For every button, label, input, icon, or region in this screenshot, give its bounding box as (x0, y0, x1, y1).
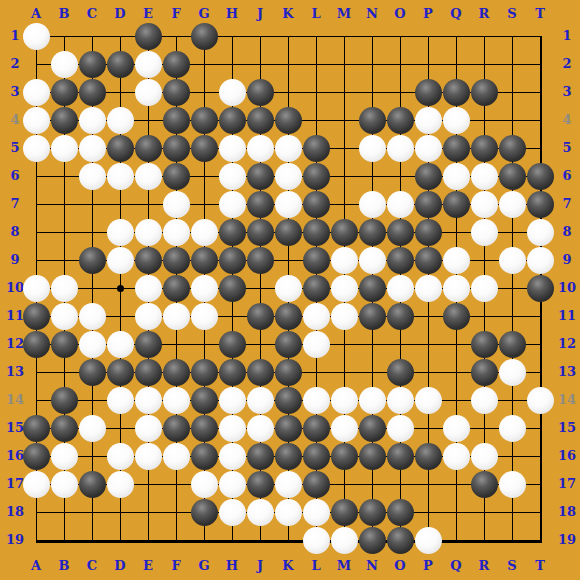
intersection-A8[interactable] (22, 218, 50, 246)
intersection-M8[interactable] (330, 218, 358, 246)
intersection-O6[interactable] (386, 162, 414, 190)
intersection-P8[interactable] (414, 218, 442, 246)
intersection-N19[interactable] (358, 526, 386, 554)
intersection-H10[interactable] (218, 274, 246, 302)
intersection-O14[interactable] (386, 386, 414, 414)
intersection-R14[interactable] (470, 386, 498, 414)
intersection-M5[interactable] (330, 134, 358, 162)
intersection-O9[interactable] (386, 246, 414, 274)
intersection-N13[interactable] (358, 358, 386, 386)
intersection-T4[interactable] (526, 106, 554, 134)
intersection-G7[interactable] (190, 190, 218, 218)
intersection-D8[interactable] (106, 218, 134, 246)
intersection-K4[interactable] (274, 106, 302, 134)
intersection-K14[interactable] (274, 386, 302, 414)
intersection-P6[interactable] (414, 162, 442, 190)
intersection-T2[interactable] (526, 50, 554, 78)
intersection-A15[interactable] (22, 414, 50, 442)
intersection-R9[interactable] (470, 246, 498, 274)
intersection-C6[interactable] (78, 162, 106, 190)
intersection-P10[interactable] (414, 274, 442, 302)
intersection-N5[interactable] (358, 134, 386, 162)
intersection-F16[interactable] (162, 442, 190, 470)
intersection-M4[interactable] (330, 106, 358, 134)
intersection-J7[interactable] (246, 190, 274, 218)
intersection-Q10[interactable] (442, 274, 470, 302)
intersection-C5[interactable] (78, 134, 106, 162)
intersection-N15[interactable] (358, 414, 386, 442)
intersection-F4[interactable] (162, 106, 190, 134)
intersection-S15[interactable] (498, 414, 526, 442)
intersection-A10[interactable] (22, 274, 50, 302)
intersection-C17[interactable] (78, 470, 106, 498)
intersection-G8[interactable] (190, 218, 218, 246)
intersection-H18[interactable] (218, 498, 246, 526)
intersection-B18[interactable] (50, 498, 78, 526)
intersection-A18[interactable] (22, 498, 50, 526)
intersection-S9[interactable] (498, 246, 526, 274)
intersection-T13[interactable] (526, 358, 554, 386)
intersection-P17[interactable] (414, 470, 442, 498)
intersection-R18[interactable] (470, 498, 498, 526)
intersection-L18[interactable] (302, 498, 330, 526)
intersection-C19[interactable] (78, 526, 106, 554)
intersection-K12[interactable] (274, 330, 302, 358)
intersection-Q4[interactable] (442, 106, 470, 134)
intersection-M13[interactable] (330, 358, 358, 386)
intersection-L9[interactable] (302, 246, 330, 274)
intersection-M2[interactable] (330, 50, 358, 78)
intersection-N12[interactable] (358, 330, 386, 358)
intersection-M3[interactable] (330, 78, 358, 106)
intersection-L5[interactable] (302, 134, 330, 162)
intersection-H4[interactable] (218, 106, 246, 134)
intersection-H9[interactable] (218, 246, 246, 274)
intersection-T9[interactable] (526, 246, 554, 274)
intersection-E16[interactable] (134, 442, 162, 470)
intersection-S6[interactable] (498, 162, 526, 190)
intersection-K5[interactable] (274, 134, 302, 162)
intersection-M11[interactable] (330, 302, 358, 330)
intersection-R7[interactable] (470, 190, 498, 218)
intersection-F10[interactable] (162, 274, 190, 302)
intersection-A2[interactable] (22, 50, 50, 78)
intersection-Q8[interactable] (442, 218, 470, 246)
intersection-N18[interactable] (358, 498, 386, 526)
intersection-E12[interactable] (134, 330, 162, 358)
intersection-C13[interactable] (78, 358, 106, 386)
intersection-G3[interactable] (190, 78, 218, 106)
intersection-C1[interactable] (78, 22, 106, 50)
intersection-H17[interactable] (218, 470, 246, 498)
intersection-A4[interactable] (22, 106, 50, 134)
intersection-Q6[interactable] (442, 162, 470, 190)
intersection-N3[interactable] (358, 78, 386, 106)
intersection-E9[interactable] (134, 246, 162, 274)
intersection-E8[interactable] (134, 218, 162, 246)
intersection-K3[interactable] (274, 78, 302, 106)
intersection-T3[interactable] (526, 78, 554, 106)
intersection-B17[interactable] (50, 470, 78, 498)
intersection-L19[interactable] (302, 526, 330, 554)
intersection-P18[interactable] (414, 498, 442, 526)
intersection-N4[interactable] (358, 106, 386, 134)
intersection-T17[interactable] (526, 470, 554, 498)
intersection-T19[interactable] (526, 526, 554, 554)
intersection-H2[interactable] (218, 50, 246, 78)
intersection-L1[interactable] (302, 22, 330, 50)
intersection-L16[interactable] (302, 442, 330, 470)
intersection-L11[interactable] (302, 302, 330, 330)
intersection-C7[interactable] (78, 190, 106, 218)
intersection-F5[interactable] (162, 134, 190, 162)
intersection-N8[interactable] (358, 218, 386, 246)
intersection-J4[interactable] (246, 106, 274, 134)
intersection-A9[interactable] (22, 246, 50, 274)
intersection-A17[interactable] (22, 470, 50, 498)
intersection-T14[interactable] (526, 386, 554, 414)
intersection-S4[interactable] (498, 106, 526, 134)
intersection-P2[interactable] (414, 50, 442, 78)
intersection-F14[interactable] (162, 386, 190, 414)
intersection-S19[interactable] (498, 526, 526, 554)
intersection-O4[interactable] (386, 106, 414, 134)
intersection-M15[interactable] (330, 414, 358, 442)
intersection-R3[interactable] (470, 78, 498, 106)
intersection-P1[interactable] (414, 22, 442, 50)
intersection-O8[interactable] (386, 218, 414, 246)
intersection-C15[interactable] (78, 414, 106, 442)
intersection-Q12[interactable] (442, 330, 470, 358)
intersection-T10[interactable] (526, 274, 554, 302)
intersection-E6[interactable] (134, 162, 162, 190)
intersection-B11[interactable] (50, 302, 78, 330)
intersection-F6[interactable] (162, 162, 190, 190)
intersection-T8[interactable] (526, 218, 554, 246)
intersection-K15[interactable] (274, 414, 302, 442)
intersection-A6[interactable] (22, 162, 50, 190)
intersection-C11[interactable] (78, 302, 106, 330)
intersection-Q18[interactable] (442, 498, 470, 526)
intersection-G17[interactable] (190, 470, 218, 498)
intersection-C14[interactable] (78, 386, 106, 414)
intersection-G9[interactable] (190, 246, 218, 274)
intersection-D1[interactable] (106, 22, 134, 50)
intersection-A1[interactable] (22, 22, 50, 50)
intersection-D7[interactable] (106, 190, 134, 218)
intersection-F11[interactable] (162, 302, 190, 330)
intersection-D9[interactable] (106, 246, 134, 274)
intersection-J11[interactable] (246, 302, 274, 330)
intersection-R11[interactable] (470, 302, 498, 330)
intersection-E19[interactable] (134, 526, 162, 554)
intersection-L12[interactable] (302, 330, 330, 358)
intersection-D13[interactable] (106, 358, 134, 386)
intersection-L17[interactable] (302, 470, 330, 498)
intersection-M10[interactable] (330, 274, 358, 302)
intersection-D11[interactable] (106, 302, 134, 330)
intersection-D16[interactable] (106, 442, 134, 470)
intersection-S5[interactable] (498, 134, 526, 162)
intersection-K6[interactable] (274, 162, 302, 190)
intersection-J15[interactable] (246, 414, 274, 442)
intersection-D17[interactable] (106, 470, 134, 498)
intersection-G19[interactable] (190, 526, 218, 554)
intersection-E14[interactable] (134, 386, 162, 414)
intersection-C4[interactable] (78, 106, 106, 134)
intersection-N11[interactable] (358, 302, 386, 330)
intersection-O19[interactable] (386, 526, 414, 554)
intersection-O17[interactable] (386, 470, 414, 498)
intersection-H15[interactable] (218, 414, 246, 442)
intersection-J8[interactable] (246, 218, 274, 246)
intersection-C12[interactable] (78, 330, 106, 358)
intersection-O5[interactable] (386, 134, 414, 162)
intersection-J5[interactable] (246, 134, 274, 162)
intersection-S1[interactable] (498, 22, 526, 50)
intersection-O3[interactable] (386, 78, 414, 106)
intersection-F17[interactable] (162, 470, 190, 498)
intersection-A16[interactable] (22, 442, 50, 470)
intersection-B6[interactable] (50, 162, 78, 190)
intersection-L8[interactable] (302, 218, 330, 246)
intersection-T7[interactable] (526, 190, 554, 218)
intersection-F2[interactable] (162, 50, 190, 78)
intersection-B1[interactable] (50, 22, 78, 50)
intersection-S11[interactable] (498, 302, 526, 330)
intersection-F1[interactable] (162, 22, 190, 50)
intersection-L7[interactable] (302, 190, 330, 218)
intersection-R19[interactable] (470, 526, 498, 554)
intersection-D5[interactable] (106, 134, 134, 162)
intersection-B10[interactable] (50, 274, 78, 302)
intersection-P14[interactable] (414, 386, 442, 414)
intersection-A14[interactable] (22, 386, 50, 414)
intersection-P12[interactable] (414, 330, 442, 358)
intersection-J6[interactable] (246, 162, 274, 190)
intersection-S8[interactable] (498, 218, 526, 246)
intersection-M19[interactable] (330, 526, 358, 554)
intersection-B3[interactable] (50, 78, 78, 106)
intersection-O16[interactable] (386, 442, 414, 470)
intersection-L14[interactable] (302, 386, 330, 414)
intersection-E2[interactable] (134, 50, 162, 78)
intersection-A7[interactable] (22, 190, 50, 218)
intersection-K18[interactable] (274, 498, 302, 526)
intersection-K9[interactable] (274, 246, 302, 274)
intersection-R4[interactable] (470, 106, 498, 134)
intersection-D3[interactable] (106, 78, 134, 106)
intersection-H6[interactable] (218, 162, 246, 190)
intersection-E11[interactable] (134, 302, 162, 330)
intersection-Q7[interactable] (442, 190, 470, 218)
intersection-K8[interactable] (274, 218, 302, 246)
intersection-B14[interactable] (50, 386, 78, 414)
intersection-A11[interactable] (22, 302, 50, 330)
intersection-D2[interactable] (106, 50, 134, 78)
intersection-T15[interactable] (526, 414, 554, 442)
intersection-N1[interactable] (358, 22, 386, 50)
intersection-D6[interactable] (106, 162, 134, 190)
intersection-L13[interactable] (302, 358, 330, 386)
intersection-O15[interactable] (386, 414, 414, 442)
intersection-J2[interactable] (246, 50, 274, 78)
intersection-J14[interactable] (246, 386, 274, 414)
intersection-O2[interactable] (386, 50, 414, 78)
intersection-Q15[interactable] (442, 414, 470, 442)
intersection-H14[interactable] (218, 386, 246, 414)
intersection-E4[interactable] (134, 106, 162, 134)
intersection-O10[interactable] (386, 274, 414, 302)
intersection-A13[interactable] (22, 358, 50, 386)
intersection-S7[interactable] (498, 190, 526, 218)
intersection-M1[interactable] (330, 22, 358, 50)
intersection-B12[interactable] (50, 330, 78, 358)
intersection-D15[interactable] (106, 414, 134, 442)
intersection-F8[interactable] (162, 218, 190, 246)
intersection-Q14[interactable] (442, 386, 470, 414)
intersection-R13[interactable] (470, 358, 498, 386)
intersection-L15[interactable] (302, 414, 330, 442)
intersection-K1[interactable] (274, 22, 302, 50)
intersection-M12[interactable] (330, 330, 358, 358)
intersection-Q13[interactable] (442, 358, 470, 386)
intersection-R2[interactable] (470, 50, 498, 78)
intersection-R17[interactable] (470, 470, 498, 498)
intersection-T6[interactable] (526, 162, 554, 190)
intersection-C3[interactable] (78, 78, 106, 106)
intersection-P5[interactable] (414, 134, 442, 162)
intersection-R5[interactable] (470, 134, 498, 162)
intersection-H19[interactable] (218, 526, 246, 554)
intersection-F3[interactable] (162, 78, 190, 106)
intersection-Q19[interactable] (442, 526, 470, 554)
intersection-K7[interactable] (274, 190, 302, 218)
intersection-H5[interactable] (218, 134, 246, 162)
intersection-R1[interactable] (470, 22, 498, 50)
intersection-Q9[interactable] (442, 246, 470, 274)
intersection-H8[interactable] (218, 218, 246, 246)
intersection-S10[interactable] (498, 274, 526, 302)
intersection-P7[interactable] (414, 190, 442, 218)
intersection-J9[interactable] (246, 246, 274, 274)
intersection-H11[interactable] (218, 302, 246, 330)
intersection-K19[interactable] (274, 526, 302, 554)
intersection-G6[interactable] (190, 162, 218, 190)
intersection-P19[interactable] (414, 526, 442, 554)
intersection-G1[interactable] (190, 22, 218, 50)
intersection-N17[interactable] (358, 470, 386, 498)
intersection-O11[interactable] (386, 302, 414, 330)
intersection-S3[interactable] (498, 78, 526, 106)
intersection-C18[interactable] (78, 498, 106, 526)
intersection-G2[interactable] (190, 50, 218, 78)
intersection-N2[interactable] (358, 50, 386, 78)
intersection-M7[interactable] (330, 190, 358, 218)
intersection-Q2[interactable] (442, 50, 470, 78)
intersection-L4[interactable] (302, 106, 330, 134)
intersection-R10[interactable] (470, 274, 498, 302)
intersection-T11[interactable] (526, 302, 554, 330)
intersection-S16[interactable] (498, 442, 526, 470)
intersection-A3[interactable] (22, 78, 50, 106)
intersection-R8[interactable] (470, 218, 498, 246)
intersection-N9[interactable] (358, 246, 386, 274)
intersection-T12[interactable] (526, 330, 554, 358)
intersection-B8[interactable] (50, 218, 78, 246)
intersection-D10[interactable] (106, 274, 134, 302)
intersection-M18[interactable] (330, 498, 358, 526)
intersection-C8[interactable] (78, 218, 106, 246)
intersection-E3[interactable] (134, 78, 162, 106)
intersection-E18[interactable] (134, 498, 162, 526)
intersection-J1[interactable] (246, 22, 274, 50)
intersection-M6[interactable] (330, 162, 358, 190)
intersection-E13[interactable] (134, 358, 162, 386)
intersection-K17[interactable] (274, 470, 302, 498)
intersection-S2[interactable] (498, 50, 526, 78)
intersection-P13[interactable] (414, 358, 442, 386)
intersection-Q5[interactable] (442, 134, 470, 162)
intersection-B2[interactable] (50, 50, 78, 78)
intersection-T1[interactable] (526, 22, 554, 50)
intersection-G13[interactable] (190, 358, 218, 386)
intersection-P3[interactable] (414, 78, 442, 106)
intersection-N10[interactable] (358, 274, 386, 302)
intersection-T5[interactable] (526, 134, 554, 162)
intersection-B15[interactable] (50, 414, 78, 442)
intersection-H7[interactable] (218, 190, 246, 218)
intersection-M9[interactable] (330, 246, 358, 274)
intersection-Q16[interactable] (442, 442, 470, 470)
intersection-J18[interactable] (246, 498, 274, 526)
intersection-P9[interactable] (414, 246, 442, 274)
intersection-A12[interactable] (22, 330, 50, 358)
intersection-M14[interactable] (330, 386, 358, 414)
intersection-N7[interactable] (358, 190, 386, 218)
intersection-C16[interactable] (78, 442, 106, 470)
intersection-O12[interactable] (386, 330, 414, 358)
intersection-C9[interactable] (78, 246, 106, 274)
intersection-B19[interactable] (50, 526, 78, 554)
intersection-G12[interactable] (190, 330, 218, 358)
intersection-E1[interactable] (134, 22, 162, 50)
intersection-B5[interactable] (50, 134, 78, 162)
intersection-G14[interactable] (190, 386, 218, 414)
intersection-B7[interactable] (50, 190, 78, 218)
intersection-E17[interactable] (134, 470, 162, 498)
intersection-S13[interactable] (498, 358, 526, 386)
intersection-S12[interactable] (498, 330, 526, 358)
intersection-A19[interactable] (22, 526, 50, 554)
intersection-Q1[interactable] (442, 22, 470, 50)
intersection-C10[interactable] (78, 274, 106, 302)
intersection-J16[interactable] (246, 442, 274, 470)
intersection-E5[interactable] (134, 134, 162, 162)
intersection-H16[interactable] (218, 442, 246, 470)
intersection-B16[interactable] (50, 442, 78, 470)
intersection-J19[interactable] (246, 526, 274, 554)
intersection-G10[interactable] (190, 274, 218, 302)
intersection-H1[interactable] (218, 22, 246, 50)
intersection-E15[interactable] (134, 414, 162, 442)
intersection-G11[interactable] (190, 302, 218, 330)
intersection-L6[interactable] (302, 162, 330, 190)
intersection-O1[interactable] (386, 22, 414, 50)
intersection-H3[interactable] (218, 78, 246, 106)
intersection-B4[interactable] (50, 106, 78, 134)
intersection-N14[interactable] (358, 386, 386, 414)
